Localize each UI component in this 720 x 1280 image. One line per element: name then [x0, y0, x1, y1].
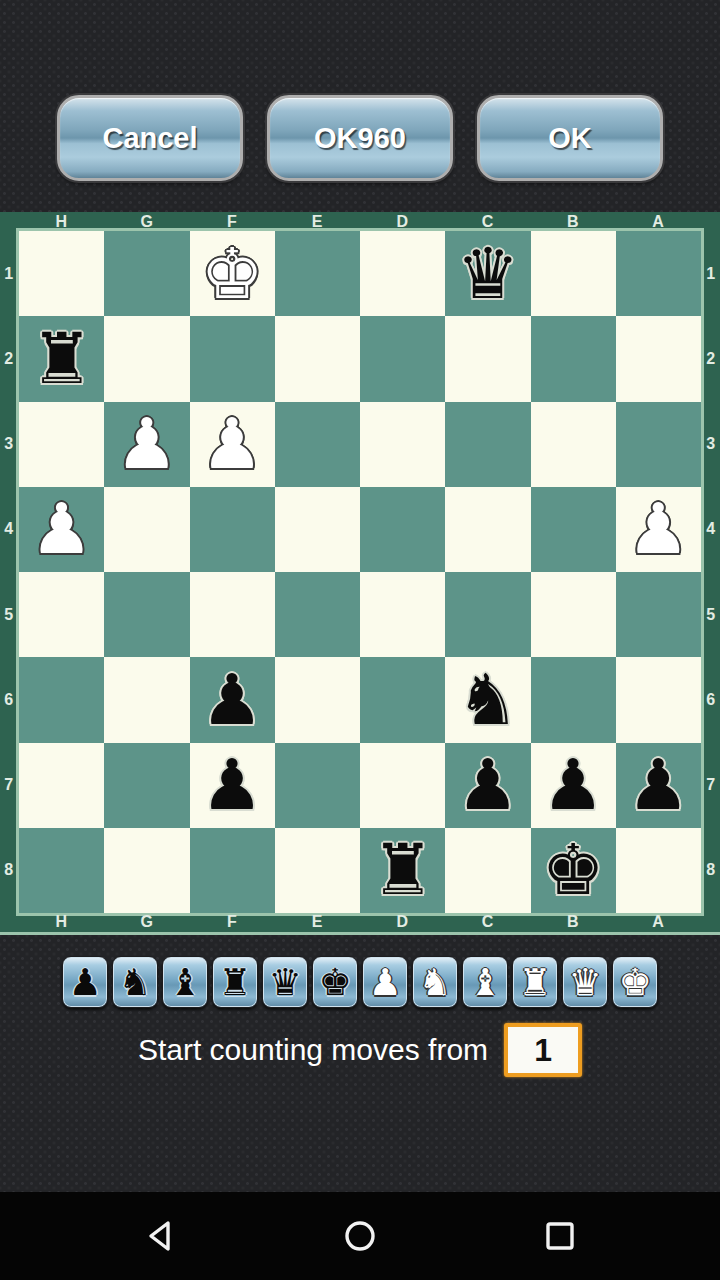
- file-label-bottom-e: E: [312, 913, 323, 931]
- square-h5[interactable]: [19, 572, 104, 657]
- square-d1[interactable]: [360, 231, 445, 316]
- square-g3[interactable]: ♟: [104, 402, 189, 487]
- rank-label-right-7: 7: [706, 776, 715, 794]
- white-rook-icon: ♜: [518, 964, 551, 1001]
- black-pawn[interactable]: ♟: [456, 750, 519, 820]
- white-knight-icon: ♞: [418, 964, 451, 1001]
- rank-label-left-4: 4: [4, 520, 13, 538]
- rank-label-right-8: 8: [706, 861, 715, 879]
- black-queen[interactable]: ♛: [456, 239, 519, 309]
- black-king-icon: ♚: [318, 964, 351, 1001]
- square-e6[interactable]: [275, 657, 360, 742]
- file-label-bottom-b: B: [567, 913, 579, 931]
- screen: { "game": "chess", "screen": "position-e…: [0, 0, 720, 1280]
- rank-label-right-1: 1: [706, 265, 715, 283]
- back-icon[interactable]: [142, 1218, 178, 1254]
- square-c3[interactable]: [445, 402, 530, 487]
- white-pawn[interactable]: ♟: [115, 409, 178, 479]
- black-pawn[interactable]: ♟: [627, 750, 690, 820]
- square-c2[interactable]: [445, 316, 530, 401]
- black-king[interactable]: ♚: [542, 835, 605, 905]
- square-c8[interactable]: [445, 828, 530, 913]
- palette-black-knight-button[interactable]: ♞: [112, 956, 158, 1008]
- white-king[interactable]: ♚: [201, 239, 264, 309]
- black-pawn[interactable]: ♟: [201, 665, 264, 735]
- square-f8[interactable]: [190, 828, 275, 913]
- square-a1[interactable]: [616, 231, 701, 316]
- square-e5[interactable]: [275, 572, 360, 657]
- file-label-bottom-d: D: [397, 913, 409, 931]
- square-h6[interactable]: [19, 657, 104, 742]
- palette-white-rook-button[interactable]: ♜: [512, 956, 558, 1008]
- square-h1[interactable]: [19, 231, 104, 316]
- rank-label-right-5: 5: [706, 606, 715, 624]
- file-label-top-h: H: [56, 213, 68, 231]
- square-c4[interactable]: [445, 487, 530, 572]
- piece-palette: ♟♞♝♜♛♚♟♞♝♜♛♚: [62, 956, 658, 1008]
- rank-label-left-5: 5: [4, 606, 13, 624]
- square-e3[interactable]: [275, 402, 360, 487]
- palette-white-king-button[interactable]: ♚: [612, 956, 658, 1008]
- square-c1[interactable]: ♛: [445, 231, 530, 316]
- square-b3[interactable]: [531, 402, 616, 487]
- square-h3[interactable]: [19, 402, 104, 487]
- palette-black-king-button[interactable]: ♚: [312, 956, 358, 1008]
- square-a3[interactable]: [616, 402, 701, 487]
- white-bishop-icon: ♝: [468, 964, 501, 1001]
- ok-button[interactable]: OK: [477, 95, 663, 181]
- square-e7[interactable]: [275, 743, 360, 828]
- white-pawn[interactable]: ♟: [627, 494, 690, 564]
- palette-white-bishop-button[interactable]: ♝: [462, 956, 508, 1008]
- white-pawn[interactable]: ♟: [30, 494, 93, 564]
- cancel-button[interactable]: Cancel: [57, 95, 243, 181]
- square-g8[interactable]: [104, 828, 189, 913]
- file-label-bottom-h: H: [56, 913, 68, 931]
- ok960-button[interactable]: OK960: [267, 95, 453, 181]
- square-f3[interactable]: ♟: [190, 402, 275, 487]
- rank-label-left-3: 3: [4, 435, 13, 453]
- square-d2[interactable]: [360, 316, 445, 401]
- square-f1[interactable]: ♚: [190, 231, 275, 316]
- move-counter-label: Start counting moves from: [138, 1033, 488, 1067]
- recents-icon[interactable]: [542, 1218, 578, 1254]
- white-pawn-icon: ♟: [368, 964, 401, 1001]
- square-h8[interactable]: [19, 828, 104, 913]
- file-label-bottom-f: F: [227, 913, 237, 931]
- square-b5[interactable]: [531, 572, 616, 657]
- rank-label-right-6: 6: [706, 691, 715, 709]
- black-rook[interactable]: ♜: [371, 835, 434, 905]
- file-label-top-a: A: [652, 213, 664, 231]
- square-b7[interactable]: ♟: [531, 743, 616, 828]
- black-knight[interactable]: ♞: [456, 665, 519, 735]
- palette-black-queen-button[interactable]: ♛: [262, 956, 308, 1008]
- square-a2[interactable]: [616, 316, 701, 401]
- move-number-input[interactable]: [504, 1023, 582, 1077]
- move-counter-row: Start counting moves from: [0, 1020, 720, 1080]
- black-pawn[interactable]: ♟: [201, 750, 264, 820]
- black-knight-icon: ♞: [118, 964, 151, 1001]
- square-g1[interactable]: [104, 231, 189, 316]
- square-e1[interactable]: [275, 231, 360, 316]
- black-bishop-icon: ♝: [168, 964, 201, 1001]
- rank-label-left-8: 8: [4, 861, 13, 879]
- square-a7[interactable]: ♟: [616, 743, 701, 828]
- file-label-top-g: G: [140, 213, 153, 231]
- file-label-bottom-a: A: [652, 913, 664, 931]
- file-label-top-e: E: [312, 213, 323, 231]
- rank-label-left-1: 1: [4, 265, 13, 283]
- square-d5[interactable]: [360, 572, 445, 657]
- square-e4[interactable]: [275, 487, 360, 572]
- square-f6[interactable]: ♟: [190, 657, 275, 742]
- palette-black-bishop-button[interactable]: ♝: [162, 956, 208, 1008]
- square-b8[interactable]: ♚: [531, 828, 616, 913]
- square-d7[interactable]: [360, 743, 445, 828]
- black-rook[interactable]: ♜: [30, 324, 93, 394]
- palette-white-knight-button[interactable]: ♞: [412, 956, 458, 1008]
- square-g2[interactable]: [104, 316, 189, 401]
- white-queen-icon: ♛: [568, 964, 601, 1001]
- square-e2[interactable]: [275, 316, 360, 401]
- rank-label-left-6: 6: [4, 691, 13, 709]
- square-f5[interactable]: [190, 572, 275, 657]
- home-icon[interactable]: [342, 1218, 378, 1254]
- rank-label-right-4: 4: [706, 520, 715, 538]
- file-label-bottom-c: C: [482, 913, 494, 931]
- square-h2[interactable]: ♜: [19, 316, 104, 401]
- square-d6[interactable]: [360, 657, 445, 742]
- square-g6[interactable]: [104, 657, 189, 742]
- file-label-bottom-g: G: [140, 913, 153, 931]
- square-g4[interactable]: [104, 487, 189, 572]
- square-h7[interactable]: [19, 743, 104, 828]
- android-nav-bar: [0, 1192, 720, 1280]
- black-rook-icon: ♜: [218, 964, 251, 1001]
- white-king-icon: ♚: [618, 964, 651, 1001]
- rank-label-right-2: 2: [706, 350, 715, 368]
- square-a5[interactable]: [616, 572, 701, 657]
- square-a4[interactable]: ♟: [616, 487, 701, 572]
- square-a8[interactable]: [616, 828, 701, 913]
- square-e8[interactable]: [275, 828, 360, 913]
- square-g7[interactable]: [104, 743, 189, 828]
- black-pawn-icon: ♟: [68, 964, 101, 1001]
- file-label-top-b: B: [567, 213, 579, 231]
- rank-label-left-7: 7: [4, 776, 13, 794]
- square-f4[interactable]: [190, 487, 275, 572]
- square-b1[interactable]: [531, 231, 616, 316]
- square-f2[interactable]: [190, 316, 275, 401]
- palette-white-pawn-button[interactable]: ♟: [362, 956, 408, 1008]
- white-pawn[interactable]: ♟: [201, 409, 264, 479]
- square-b4[interactable]: [531, 487, 616, 572]
- square-c7[interactable]: ♟: [445, 743, 530, 828]
- file-label-top-d: D: [397, 213, 409, 231]
- file-label-top-f: F: [227, 213, 237, 231]
- file-label-top-c: C: [482, 213, 494, 231]
- rank-label-left-2: 2: [4, 350, 13, 368]
- chess-board-frame: ♚♛♜♟♟♟♟♟♞♟♟♟♟♜♚ HHGGFFEEDDCCBBAA11223344…: [0, 212, 720, 935]
- square-a6[interactable]: [616, 657, 701, 742]
- square-d3[interactable]: [360, 402, 445, 487]
- square-b6[interactable]: [531, 657, 616, 742]
- black-pawn[interactable]: ♟: [542, 750, 605, 820]
- palette-black-rook-button[interactable]: ♜: [212, 956, 258, 1008]
- square-f7[interactable]: ♟: [190, 743, 275, 828]
- palette-white-queen-button[interactable]: ♛: [562, 956, 608, 1008]
- square-b2[interactable]: [531, 316, 616, 401]
- square-d4[interactable]: [360, 487, 445, 572]
- black-queen-icon: ♛: [268, 964, 301, 1001]
- rank-label-right-3: 3: [706, 435, 715, 453]
- square-c5[interactable]: [445, 572, 530, 657]
- palette-black-pawn-button[interactable]: ♟: [62, 956, 108, 1008]
- square-g5[interactable]: [104, 572, 189, 657]
- square-c6[interactable]: ♞: [445, 657, 530, 742]
- square-d8[interactable]: ♜: [360, 828, 445, 913]
- chess-board[interactable]: ♚♛♜♟♟♟♟♟♞♟♟♟♟♜♚: [19, 231, 701, 913]
- square-h4[interactable]: ♟: [19, 487, 104, 572]
